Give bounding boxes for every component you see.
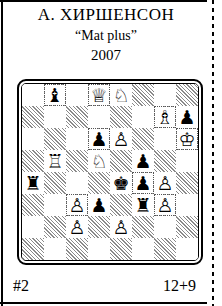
piece-bR-a4[interactable]: ♜ [23, 173, 43, 193]
piece-wK-h6[interactable]: ♔ [177, 129, 197, 149]
problem-diagram-page: А. ХИРШЕНСОН “Mat plus” 2007 ♝♕♘♗♟♟♙♔♖♘♟… [0, 0, 222, 306]
square-h2[interactable] [176, 216, 198, 238]
piece-bP-h7[interactable]: ♟ [177, 107, 197, 127]
square-e1[interactable] [110, 238, 132, 260]
piece-bP-d6[interactable]: ♟ [89, 129, 109, 149]
square-c6[interactable] [66, 128, 88, 150]
square-d4[interactable] [88, 172, 110, 194]
piece-wQ-d8[interactable]: ♕ [89, 85, 109, 105]
square-a1[interactable] [22, 238, 44, 260]
piece-wP-g3[interactable]: ♙ [155, 195, 175, 215]
square-d3[interactable]: ♟ [88, 194, 110, 216]
square-g4[interactable]: ♙ [154, 172, 176, 194]
square-e5[interactable] [110, 150, 132, 172]
square-b6[interactable] [44, 128, 66, 150]
square-c4[interactable] [66, 172, 88, 194]
square-a8[interactable] [22, 84, 44, 106]
square-f5[interactable]: ♟ [132, 150, 154, 172]
square-f2[interactable] [132, 216, 154, 238]
square-b7[interactable] [44, 106, 66, 128]
square-a4[interactable]: ♜ [22, 172, 44, 194]
square-d7[interactable] [88, 106, 110, 128]
piece-wB-g7[interactable]: ♗ [155, 107, 175, 127]
square-b4[interactable] [44, 172, 66, 194]
square-c8[interactable] [66, 84, 88, 106]
piece-bP-f4[interactable]: ♟ [133, 173, 153, 193]
square-a3[interactable] [22, 194, 44, 216]
square-h3[interactable] [176, 194, 198, 216]
piece-bR-f3[interactable]: ♜ [133, 195, 153, 215]
publication-year: 2007 [2, 46, 210, 64]
square-d2[interactable] [88, 216, 110, 238]
author-name: А. ХИРШЕНСОН [2, 5, 210, 25]
piece-bB-b8[interactable]: ♝ [45, 85, 65, 105]
square-c3[interactable]: ♙ [66, 194, 88, 216]
source-title: “Mat plus” [2, 27, 210, 44]
square-h6[interactable]: ♔ [176, 128, 198, 150]
square-f3[interactable]: ♜ [132, 194, 154, 216]
piece-bP-f5[interactable]: ♟ [133, 151, 153, 171]
square-b1[interactable] [44, 238, 66, 260]
square-f1[interactable] [132, 238, 154, 260]
square-d5[interactable]: ♘ [88, 150, 110, 172]
square-g6[interactable] [154, 128, 176, 150]
square-h7[interactable]: ♟ [176, 106, 198, 128]
piece-wN-d5[interactable]: ♘ [89, 151, 109, 171]
page-frame-right-dashed-line [212, 0, 214, 306]
piece-wP-c2[interactable]: ♙ [67, 217, 87, 237]
square-f7[interactable] [132, 106, 154, 128]
square-g3[interactable]: ♙ [154, 194, 176, 216]
square-b3[interactable] [44, 194, 66, 216]
piece-bK-e4[interactable]: ♚ [111, 173, 131, 193]
square-f6[interactable] [132, 128, 154, 150]
square-b5[interactable]: ♖ [44, 150, 66, 172]
material-count-label: 12+9 [163, 277, 196, 295]
square-a5[interactable] [22, 150, 44, 172]
square-a7[interactable] [22, 106, 44, 128]
square-h8[interactable] [176, 84, 198, 106]
square-h4[interactable] [176, 172, 198, 194]
page-frame-top-line [0, 0, 207, 2]
square-e6[interactable]: ♙ [110, 128, 132, 150]
square-g2[interactable] [154, 216, 176, 238]
piece-bP-d3[interactable]: ♟ [89, 195, 109, 215]
square-c1[interactable] [66, 238, 88, 260]
square-e8[interactable]: ♘ [110, 84, 132, 106]
piece-wP-e2[interactable]: ♙ [111, 217, 131, 237]
square-g8[interactable] [154, 84, 176, 106]
square-h1[interactable] [176, 238, 198, 260]
square-e4[interactable]: ♚ [110, 172, 132, 194]
square-g7[interactable]: ♗ [154, 106, 176, 128]
piece-wN-e8[interactable]: ♘ [111, 85, 131, 105]
square-e7[interactable] [110, 106, 132, 128]
square-d8[interactable]: ♕ [88, 84, 110, 106]
square-c7[interactable] [66, 106, 88, 128]
square-e2[interactable]: ♙ [110, 216, 132, 238]
square-a2[interactable] [22, 216, 44, 238]
square-c2[interactable]: ♙ [66, 216, 88, 238]
page-frame-bottom-line [0, 302, 207, 304]
piece-wP-c3[interactable]: ♙ [67, 195, 87, 215]
stipulation-label: #2 [13, 277, 29, 295]
square-b2[interactable] [44, 216, 66, 238]
square-f4[interactable]: ♟ [132, 172, 154, 194]
problem-header: А. ХИРШЕНСОН “Mat plus” 2007 [2, 5, 210, 64]
square-f8[interactable] [132, 84, 154, 106]
square-g5[interactable] [154, 150, 176, 172]
chess-board: ♝♕♘♗♟♟♙♔♖♘♟♜♚♟♙♙♟♜♙♙♙ [21, 83, 199, 261]
piece-wP-g4[interactable]: ♙ [155, 173, 175, 193]
square-h5[interactable] [176, 150, 198, 172]
square-g1[interactable] [154, 238, 176, 260]
piece-wR-b5[interactable]: ♖ [45, 151, 65, 171]
square-b8[interactable]: ♝ [44, 84, 66, 106]
square-d1[interactable] [88, 238, 110, 260]
board-frame: ♝♕♘♗♟♟♙♔♖♘♟♜♚♟♙♙♟♜♙♙♙ [17, 79, 203, 265]
square-c5[interactable] [66, 150, 88, 172]
square-d6[interactable]: ♟ [88, 128, 110, 150]
square-a6[interactable] [22, 128, 44, 150]
piece-wP-e6[interactable]: ♙ [111, 129, 131, 149]
square-e3[interactable] [110, 194, 132, 216]
